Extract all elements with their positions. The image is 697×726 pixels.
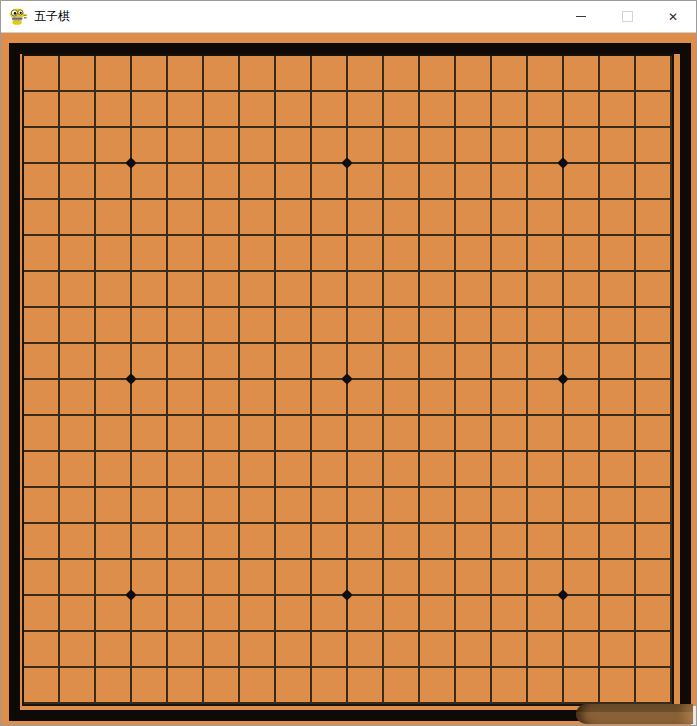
board-cell[interactable] [528,452,564,488]
board-cell[interactable] [348,236,384,272]
board-cell[interactable] [636,452,672,488]
board-cell[interactable] [24,344,60,380]
board-cell[interactable] [456,344,492,380]
board-cell[interactable] [600,524,636,560]
board-cell[interactable] [240,236,276,272]
board-cell[interactable] [168,272,204,308]
board-cell[interactable] [132,416,168,452]
board-cell[interactable] [384,272,420,308]
board-cell[interactable] [636,92,672,128]
board-cell[interactable] [312,380,348,416]
board-cell[interactable] [600,416,636,452]
board-cell[interactable] [168,344,204,380]
board-cell[interactable] [24,308,60,344]
board-cell[interactable] [204,488,240,524]
board-cell[interactable] [204,92,240,128]
board-cell[interactable] [24,272,60,308]
board-cell[interactable] [24,416,60,452]
board-cell[interactable] [384,416,420,452]
board-cell[interactable] [420,272,456,308]
board-cell[interactable] [564,344,600,380]
board-cell[interactable] [60,236,96,272]
board-cell[interactable] [132,632,168,668]
board-cell[interactable] [60,164,96,200]
board-cell[interactable] [492,416,528,452]
board-cell[interactable] [24,128,60,164]
board-cell[interactable] [384,164,420,200]
board-cell[interactable] [168,92,204,128]
board-cell[interactable] [348,56,384,92]
board-cell[interactable] [564,560,600,596]
board-cell[interactable] [276,380,312,416]
board-cell[interactable] [168,164,204,200]
board-cell[interactable] [60,632,96,668]
board-cell[interactable] [528,416,564,452]
board-cell[interactable] [60,56,96,92]
board-cell[interactable] [492,380,528,416]
board-cell[interactable] [24,560,60,596]
board-cell[interactable] [600,56,636,92]
board-cell[interactable] [600,668,636,704]
board-cell[interactable] [168,632,204,668]
board-cell[interactable] [600,452,636,488]
board-cell[interactable] [204,344,240,380]
board-cell[interactable] [96,164,132,200]
board-cell[interactable] [528,92,564,128]
board-cell[interactable] [348,308,384,344]
board-cell[interactable] [312,236,348,272]
board-cell[interactable] [60,92,96,128]
board-cell[interactable] [276,128,312,164]
board-cell[interactable] [348,272,384,308]
board-cell[interactable] [24,236,60,272]
board-cell[interactable] [276,164,312,200]
board-cell[interactable] [528,380,564,416]
board-cell[interactable] [564,488,600,524]
board-cell[interactable] [276,236,312,272]
board-cell[interactable] [60,560,96,596]
board-cell[interactable] [168,560,204,596]
board-cell[interactable] [240,488,276,524]
board-cell[interactable] [240,308,276,344]
board-cell[interactable] [420,416,456,452]
board-cell[interactable] [384,380,420,416]
board-cell[interactable] [312,596,348,632]
board-cell[interactable] [384,524,420,560]
board-cell[interactable] [564,524,600,560]
board-cell[interactable] [168,128,204,164]
minimize-button[interactable] [558,1,604,32]
board-cell[interactable] [96,632,132,668]
board-cell[interactable] [168,524,204,560]
board-cell[interactable] [636,524,672,560]
board-cell[interactable] [240,128,276,164]
board-cell[interactable] [636,164,672,200]
board-cell[interactable] [96,128,132,164]
board-cell[interactable] [60,596,96,632]
board-cell[interactable] [276,488,312,524]
board-cell[interactable] [60,488,96,524]
board-cell[interactable] [132,524,168,560]
board-cell[interactable] [276,308,312,344]
board-cell[interactable] [384,56,420,92]
board-cell[interactable] [204,56,240,92]
board-cell[interactable] [600,128,636,164]
board-cell[interactable] [312,272,348,308]
board-cell[interactable] [240,632,276,668]
board-cell[interactable] [456,200,492,236]
board-cell[interactable] [96,416,132,452]
board-cell[interactable] [204,128,240,164]
board-cell[interactable] [492,668,528,704]
board-cell[interactable] [204,596,240,632]
board-cell[interactable] [528,164,564,200]
board-cell[interactable] [636,200,672,236]
board-cell[interactable] [132,164,168,200]
board-cell[interactable] [132,488,168,524]
board-cell[interactable] [60,272,96,308]
board-cell[interactable] [96,668,132,704]
board-cell[interactable] [384,488,420,524]
board-cell[interactable] [492,452,528,488]
board-cell[interactable] [24,596,60,632]
board-cell[interactable] [204,416,240,452]
board-cell[interactable] [456,632,492,668]
board-cell[interactable] [384,596,420,632]
board-cell[interactable] [528,524,564,560]
board-cell[interactable] [168,236,204,272]
board-cell[interactable] [132,56,168,92]
board-cell[interactable] [96,56,132,92]
board-cell[interactable] [96,560,132,596]
board-cell[interactable] [96,452,132,488]
board-cell[interactable] [384,308,420,344]
board-cell[interactable] [132,92,168,128]
board-cell[interactable] [636,56,672,92]
board-cell[interactable] [276,416,312,452]
board-cell[interactable] [204,236,240,272]
board-cell[interactable] [456,380,492,416]
board-cell[interactable] [564,308,600,344]
board-cell[interactable] [24,452,60,488]
maximize-button[interactable] [604,1,650,32]
board-cell[interactable] [456,164,492,200]
board-cell[interactable] [600,488,636,524]
board-cell[interactable] [348,128,384,164]
board-cell[interactable] [600,272,636,308]
board-cell[interactable] [96,272,132,308]
board-cell[interactable] [24,632,60,668]
board-cell[interactable] [636,668,672,704]
board-cell[interactable] [564,200,600,236]
board-cell[interactable] [564,632,600,668]
board-cell[interactable] [204,524,240,560]
board-cell[interactable] [132,380,168,416]
board-cell[interactable] [60,668,96,704]
board-cell[interactable] [276,632,312,668]
board-cell[interactable] [132,308,168,344]
board-cell[interactable] [204,200,240,236]
board-cell[interactable] [276,560,312,596]
board-cell[interactable] [492,344,528,380]
board-cell[interactable] [60,416,96,452]
board-cell[interactable] [60,524,96,560]
board-cell[interactable] [636,416,672,452]
board-cell[interactable] [348,668,384,704]
board-cell[interactable] [600,164,636,200]
board-cell[interactable] [312,128,348,164]
board-cell[interactable] [312,524,348,560]
board-cell[interactable] [456,560,492,596]
board-cell[interactable] [240,416,276,452]
board-cell[interactable] [240,668,276,704]
board-cell[interactable] [312,164,348,200]
board-cell[interactable] [636,560,672,596]
board-cell[interactable] [420,452,456,488]
board-cell[interactable] [528,344,564,380]
board-cell[interactable] [348,560,384,596]
board-cell[interactable] [528,128,564,164]
board-cell[interactable] [564,236,600,272]
board-cell[interactable] [240,452,276,488]
board-cell[interactable] [636,308,672,344]
board-cell[interactable] [564,452,600,488]
board-cell[interactable] [636,380,672,416]
board-cell[interactable] [168,668,204,704]
board-cell[interactable] [348,344,384,380]
board-cell[interactable] [276,272,312,308]
board-cell[interactable] [420,56,456,92]
board-cell[interactable] [348,200,384,236]
board-cell[interactable] [384,344,420,380]
board-cell[interactable] [492,632,528,668]
board-cell[interactable] [204,380,240,416]
board-cell[interactable] [168,488,204,524]
board-cell[interactable] [168,308,204,344]
board-cell[interactable] [312,632,348,668]
board-cell[interactable] [492,56,528,92]
board-cell[interactable] [528,308,564,344]
board-cell[interactable] [456,92,492,128]
board-cell[interactable] [24,56,60,92]
board-cell[interactable] [528,272,564,308]
board-cell[interactable] [132,560,168,596]
board-cell[interactable] [96,524,132,560]
board-cell[interactable] [384,236,420,272]
board-cell[interactable] [600,380,636,416]
board-cell[interactable] [240,272,276,308]
board-cell[interactable] [600,200,636,236]
board-cell[interactable] [240,560,276,596]
board-cell[interactable] [492,236,528,272]
board-cell[interactable] [384,632,420,668]
board-cell[interactable] [600,560,636,596]
board-cell[interactable] [276,596,312,632]
board-cell[interactable] [60,452,96,488]
board-cell[interactable] [492,560,528,596]
board-cell[interactable] [564,56,600,92]
board-cell[interactable] [132,452,168,488]
board-cell[interactable] [420,308,456,344]
board-cell[interactable] [312,92,348,128]
board-cell[interactable] [600,236,636,272]
board-cell[interactable] [24,668,60,704]
board-cell[interactable] [420,560,456,596]
board-cell[interactable] [240,92,276,128]
board-cell[interactable] [276,452,312,488]
board-cell[interactable] [348,488,384,524]
close-button[interactable]: ✕ [650,1,696,32]
board-cell[interactable] [276,668,312,704]
board-cell[interactable] [600,596,636,632]
board-cell[interactable] [600,344,636,380]
board-cell[interactable] [96,488,132,524]
title-bar[interactable]: 五子棋 ✕ [1,1,696,33]
board-cell[interactable] [96,308,132,344]
board-cell[interactable] [564,92,600,128]
board-cell[interactable] [420,380,456,416]
board-cell[interactable] [528,488,564,524]
board-cell[interactable] [420,236,456,272]
board-cell[interactable] [420,668,456,704]
board-cell[interactable] [348,380,384,416]
board-cell[interactable] [456,236,492,272]
board-cell[interactable] [492,596,528,632]
board-cell[interactable] [24,164,60,200]
board-cell[interactable] [240,56,276,92]
board-cell[interactable] [240,524,276,560]
board-cell[interactable] [312,668,348,704]
board-cell[interactable] [240,344,276,380]
board-cell[interactable] [96,92,132,128]
board-cell[interactable] [168,56,204,92]
board-cell[interactable] [348,524,384,560]
board-cell[interactable] [132,344,168,380]
board-cell[interactable] [564,164,600,200]
board-cell[interactable] [204,452,240,488]
board-cell[interactable] [384,200,420,236]
board-cell[interactable] [456,56,492,92]
board-cell[interactable] [420,92,456,128]
board-cell[interactable] [24,380,60,416]
board-cell[interactable] [420,200,456,236]
board-cell[interactable] [312,488,348,524]
board-cell[interactable] [456,272,492,308]
board-cell[interactable] [528,236,564,272]
board-cell[interactable] [168,416,204,452]
board-cell[interactable] [492,272,528,308]
board-cell[interactable] [564,416,600,452]
board-cell[interactable] [204,164,240,200]
board-cell[interactable] [420,344,456,380]
board-cell[interactable] [636,344,672,380]
board-cell[interactable] [204,308,240,344]
board-cell[interactable] [456,308,492,344]
board-cell[interactable] [420,128,456,164]
board-cell[interactable] [492,164,528,200]
board-cell[interactable] [564,668,600,704]
board-cell[interactable] [96,380,132,416]
board-cell[interactable] [600,632,636,668]
board-cell[interactable] [492,128,528,164]
board-cell[interactable] [240,380,276,416]
board-cell[interactable] [312,344,348,380]
board-cell[interactable] [348,164,384,200]
board-cell[interactable] [312,416,348,452]
board-cell[interactable] [132,200,168,236]
board-cell[interactable] [276,524,312,560]
board-cell[interactable] [456,128,492,164]
board-cell[interactable] [132,596,168,632]
board-cell[interactable] [636,632,672,668]
board-cell[interactable] [96,200,132,236]
board-cell[interactable] [420,488,456,524]
board-cell[interactable] [60,380,96,416]
board-cell[interactable] [420,596,456,632]
board-cell[interactable] [132,128,168,164]
board-cell[interactable] [24,524,60,560]
board-cell[interactable] [348,416,384,452]
board-cell[interactable] [240,164,276,200]
board-cell[interactable] [348,632,384,668]
board-cell[interactable] [528,668,564,704]
board-cell[interactable] [312,452,348,488]
board-cell[interactable] [312,560,348,596]
board-cell[interactable] [276,344,312,380]
board-cell[interactable] [276,200,312,236]
board-cell[interactable] [420,164,456,200]
board-cell[interactable] [60,128,96,164]
board-cell[interactable] [456,668,492,704]
board-cell[interactable] [492,308,528,344]
board-cell[interactable] [420,524,456,560]
board-cell[interactable] [312,200,348,236]
board-cell[interactable] [96,344,132,380]
board-cell[interactable] [204,632,240,668]
board-cell[interactable] [456,488,492,524]
board-cell[interactable] [528,200,564,236]
board-cell[interactable] [312,56,348,92]
board-cell[interactable] [528,596,564,632]
board-cell[interactable] [384,452,420,488]
board-cell[interactable] [528,632,564,668]
board-cell[interactable] [168,596,204,632]
board-cell[interactable] [564,272,600,308]
board-cell[interactable] [204,272,240,308]
board-cell[interactable] [24,92,60,128]
board-cell[interactable] [132,668,168,704]
board-cell[interactable] [636,128,672,164]
board-cell[interactable] [420,632,456,668]
board-cell[interactable] [312,308,348,344]
board-cell[interactable] [384,560,420,596]
board-cell[interactable] [492,488,528,524]
board-cell[interactable] [384,128,420,164]
board-cell[interactable] [168,200,204,236]
board-cell[interactable] [204,668,240,704]
board-cell[interactable] [348,596,384,632]
board-cell[interactable] [636,272,672,308]
board-cell[interactable] [492,524,528,560]
board-cell[interactable] [456,524,492,560]
board-cell[interactable] [276,56,312,92]
board-cell[interactable] [132,236,168,272]
board-cell[interactable] [276,92,312,128]
board-cell[interactable] [132,272,168,308]
board-cell[interactable] [600,308,636,344]
board-cell[interactable] [636,596,672,632]
board-cell[interactable] [60,308,96,344]
